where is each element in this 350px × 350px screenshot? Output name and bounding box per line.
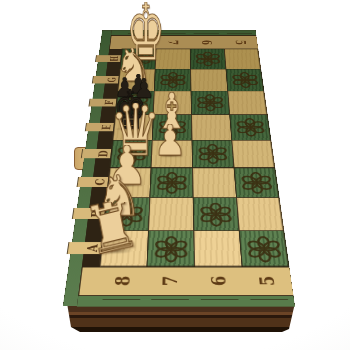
flower-pyrography xyxy=(156,117,189,138)
square-e7 xyxy=(152,114,192,139)
border-blank-cell xyxy=(78,268,99,296)
square-g6 xyxy=(190,69,227,91)
flower-pyrography xyxy=(114,142,149,165)
square-a5 xyxy=(239,231,290,267)
coordinate-number-6: 6 xyxy=(200,263,239,299)
square-f6 xyxy=(191,91,230,115)
square-g7 xyxy=(154,69,191,91)
flower-pyrography xyxy=(154,170,190,195)
square-h7 xyxy=(155,49,190,69)
square-e6 xyxy=(191,114,231,139)
flower-pyrography xyxy=(123,51,153,68)
wood-grain xyxy=(113,115,153,140)
wood-grain xyxy=(228,91,267,114)
flower-pyrography xyxy=(119,93,151,112)
square-c7 xyxy=(150,168,193,198)
square-a8 xyxy=(99,231,148,267)
square-g8 xyxy=(117,69,155,91)
wood-grain xyxy=(100,231,148,267)
wood-grain xyxy=(192,115,232,140)
square-f5 xyxy=(228,91,268,115)
square-c5 xyxy=(234,168,280,198)
square-d6 xyxy=(192,140,234,168)
number-strip-bottom: 8765 xyxy=(78,267,293,296)
flower-pyrography xyxy=(158,71,188,89)
square-b8 xyxy=(103,198,150,231)
square-f7 xyxy=(153,91,191,115)
number-strip-top: 8765 xyxy=(109,35,258,49)
square-b5 xyxy=(236,198,284,231)
wood-grain xyxy=(107,168,151,198)
square-c6 xyxy=(192,168,236,198)
flower-pyrography xyxy=(108,201,146,228)
square-d8 xyxy=(109,140,152,168)
square-b6 xyxy=(193,198,239,231)
flower-pyrography xyxy=(238,170,276,195)
square-b7 xyxy=(148,198,193,231)
square-d7 xyxy=(151,140,192,168)
wood-grain xyxy=(154,91,191,114)
wood-grain xyxy=(152,140,193,167)
square-e5 xyxy=(229,114,271,139)
photo-stage: 87658765HGFEDCBA♚♞♟♟♟♚♛♝♟♟♞♜ xyxy=(0,0,350,350)
square-c8 xyxy=(106,168,151,198)
wood-grain xyxy=(149,198,193,230)
wood-grain xyxy=(118,69,155,90)
square-h8 xyxy=(120,49,156,69)
coordinate-number-7: 7 xyxy=(152,263,190,299)
flower-pyrography xyxy=(197,201,235,228)
flower-pyrography xyxy=(196,142,231,165)
wood-grain xyxy=(225,49,261,69)
square-a7 xyxy=(147,231,195,267)
flower-pyrography xyxy=(233,117,267,138)
square-d5 xyxy=(232,140,276,168)
chess-board: 87658765HGFEDCBA♚♞♟♟♟♚♛♝♟♟♞♜ xyxy=(63,30,295,306)
wood-grain xyxy=(191,69,227,90)
board-scene: 87658765HGFEDCBA♚♞♟♟♟♚♛♝♟♟♞♜ xyxy=(0,0,350,350)
wood-grain xyxy=(193,168,236,198)
flower-pyrography xyxy=(229,71,261,89)
wood-grain xyxy=(156,49,191,69)
coordinate-number-5: 5 xyxy=(247,263,288,299)
square-h6 xyxy=(190,49,226,69)
square-h5 xyxy=(224,49,261,69)
wood-grain xyxy=(232,140,275,167)
flower-pyrography xyxy=(193,51,222,68)
square-f8 xyxy=(115,91,154,115)
square-e8 xyxy=(112,114,153,139)
wood-grain xyxy=(237,198,284,230)
square-a6 xyxy=(194,231,242,267)
wood-grain xyxy=(194,231,241,267)
coordinate-number-8: 8 xyxy=(102,263,141,299)
flower-pyrography xyxy=(151,234,190,264)
flower-pyrography xyxy=(244,234,286,264)
square-g5 xyxy=(226,69,265,91)
flower-pyrography xyxy=(194,93,226,112)
